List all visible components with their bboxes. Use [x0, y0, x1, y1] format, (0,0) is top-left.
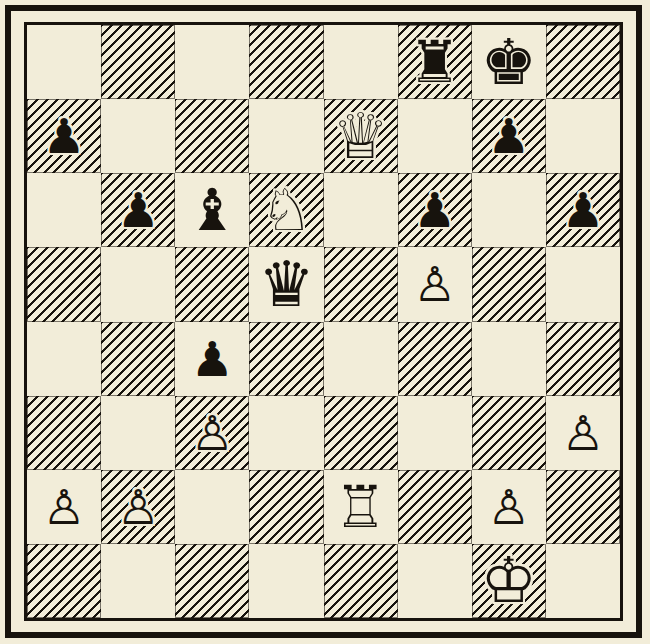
piece-black-pawn: ♟: [487, 112, 530, 160]
square-e1[interactable]: [324, 544, 398, 618]
square-b3[interactable]: [101, 396, 175, 470]
square-b1[interactable]: [101, 544, 175, 618]
square-f7[interactable]: [398, 99, 472, 173]
square-e5[interactable]: [324, 247, 398, 321]
square-b6[interactable]: ♟: [101, 173, 175, 247]
piece-black-queen: ♛: [258, 253, 314, 316]
square-h5[interactable]: [546, 247, 620, 321]
square-a1[interactable]: [27, 544, 101, 618]
square-d3[interactable]: [249, 396, 323, 470]
book-page: ♜♚♟♕♟♟♝♘♟♟♛♙♟♙♙♙♙♖♙♔: [0, 0, 650, 644]
square-a5[interactable]: [27, 247, 101, 321]
square-a4[interactable]: [27, 322, 101, 396]
board-outer-frame: ♜♚♟♕♟♟♝♘♟♟♛♙♟♙♙♙♙♖♙♔: [5, 5, 642, 638]
square-e3[interactable]: [324, 396, 398, 470]
square-c6[interactable]: ♝: [175, 173, 249, 247]
square-e7[interactable]: ♕: [324, 99, 398, 173]
square-c7[interactable]: [175, 99, 249, 173]
piece-black-pawn: ♟: [413, 186, 456, 234]
square-b7[interactable]: [101, 99, 175, 173]
square-h2[interactable]: [546, 470, 620, 544]
square-f4[interactable]: [398, 322, 472, 396]
square-g4[interactable]: [472, 322, 546, 396]
square-f8[interactable]: ♜: [398, 25, 472, 99]
square-f6[interactable]: ♟: [398, 173, 472, 247]
square-h8[interactable]: [546, 25, 620, 99]
piece-white-queen: ♕: [332, 105, 388, 168]
piece-white-pawn: ♙: [191, 409, 234, 457]
square-h4[interactable]: [546, 322, 620, 396]
piece-white-pawn: ♙: [43, 483, 86, 531]
piece-white-rook: ♖: [335, 478, 387, 536]
square-b4[interactable]: [101, 322, 175, 396]
square-d8[interactable]: [249, 25, 323, 99]
piece-black-pawn: ♟: [191, 335, 234, 383]
square-f3[interactable]: [398, 396, 472, 470]
square-d7[interactable]: [249, 99, 323, 173]
square-d4[interactable]: [249, 322, 323, 396]
square-d1[interactable]: [249, 544, 323, 618]
piece-black-pawn: ♟: [43, 112, 86, 160]
board-inner-frame: ♜♚♟♕♟♟♝♘♟♟♛♙♟♙♙♙♙♖♙♔: [24, 22, 623, 621]
square-c8[interactable]: [175, 25, 249, 99]
piece-white-pawn: ♙: [561, 409, 604, 457]
square-a3[interactable]: [27, 396, 101, 470]
piece-black-pawn: ♟: [561, 186, 604, 234]
square-g6[interactable]: [472, 173, 546, 247]
square-b5[interactable]: [101, 247, 175, 321]
square-b2[interactable]: ♙: [101, 470, 175, 544]
piece-black-king: ♚: [481, 31, 537, 94]
square-h1[interactable]: [546, 544, 620, 618]
square-g3[interactable]: [472, 396, 546, 470]
square-c2[interactable]: [175, 470, 249, 544]
square-b8[interactable]: [101, 25, 175, 99]
square-e6[interactable]: [324, 173, 398, 247]
square-h3[interactable]: ♙: [546, 396, 620, 470]
square-a7[interactable]: ♟: [27, 99, 101, 173]
square-f2[interactable]: [398, 470, 472, 544]
square-g2[interactable]: ♙: [472, 470, 546, 544]
square-d2[interactable]: [249, 470, 323, 544]
square-c3[interactable]: ♙: [175, 396, 249, 470]
piece-black-rook: ♜: [409, 33, 461, 91]
piece-white-pawn: ♙: [487, 483, 530, 531]
square-h6[interactable]: ♟: [546, 173, 620, 247]
square-a8[interactable]: [27, 25, 101, 99]
square-h7[interactable]: [546, 99, 620, 173]
square-c4[interactable]: ♟: [175, 322, 249, 396]
square-g1[interactable]: ♔: [472, 544, 546, 618]
square-c5[interactable]: [175, 247, 249, 321]
square-g5[interactable]: [472, 247, 546, 321]
piece-white-king: ♔: [481, 549, 537, 612]
square-f1[interactable]: [398, 544, 472, 618]
chess-board: ♜♚♟♕♟♟♝♘♟♟♛♙♟♙♙♙♙♖♙♔: [27, 25, 620, 618]
square-e4[interactable]: [324, 322, 398, 396]
piece-black-bishop: ♝: [186, 181, 238, 239]
square-e8[interactable]: [324, 25, 398, 99]
piece-white-pawn: ♙: [117, 483, 160, 531]
square-c1[interactable]: [175, 544, 249, 618]
square-f5[interactable]: ♙: [398, 247, 472, 321]
piece-black-pawn: ♟: [117, 186, 160, 234]
square-d6[interactable]: ♘: [249, 173, 323, 247]
square-e2[interactable]: ♖: [324, 470, 398, 544]
square-g7[interactable]: ♟: [472, 99, 546, 173]
square-a6[interactable]: [27, 173, 101, 247]
square-g8[interactable]: ♚: [472, 25, 546, 99]
square-d5[interactable]: ♛: [249, 247, 323, 321]
piece-white-knight: ♘: [260, 181, 312, 239]
square-a2[interactable]: ♙: [27, 470, 101, 544]
piece-white-pawn: ♙: [413, 260, 456, 308]
